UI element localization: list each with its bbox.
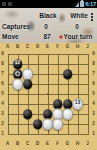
- move-number-on-stone: 12: [15, 62, 20, 67]
- row-label: 3: [1, 112, 4, 117]
- overflow-menu-icon[interactable]: [89, 11, 95, 23]
- move-number: 87: [43, 33, 50, 40]
- row-label: 9: [92, 52, 95, 57]
- column-label: F: [56, 45, 59, 50]
- turn-indicator: Your turn: [64, 33, 93, 40]
- white-stone-F2: [52, 118, 64, 130]
- row-label: 6: [92, 82, 95, 87]
- row-label: 8: [92, 62, 95, 67]
- row-label: 8: [1, 62, 4, 67]
- black-stone-C6: [23, 79, 33, 89]
- row-label: 4: [1, 102, 4, 107]
- move-label: Move: [2, 33, 19, 40]
- grid-line: [78, 54, 79, 135]
- move-number-on-stone: 13: [75, 102, 80, 107]
- column-label: D: [36, 142, 39, 147]
- column-label: C: [26, 142, 29, 147]
- column-label: A: [6, 142, 9, 147]
- column-label: G: [66, 45, 70, 50]
- captures-black-count: 0: [44, 23, 48, 30]
- battery-icon: [80, 1, 84, 7]
- black-column-header: Black: [39, 12, 56, 19]
- white-column-header: White: [70, 12, 88, 19]
- row-label: 3: [92, 112, 95, 117]
- captures-label: Captures: [2, 23, 30, 30]
- grid-line: [68, 54, 69, 135]
- column-label: D: [36, 45, 39, 50]
- last-move-ring-marker: [15, 72, 20, 77]
- column-label: A: [6, 45, 9, 50]
- notification-icons: [2, 2, 12, 6]
- row-label: 4: [92, 102, 95, 107]
- grid-line: [88, 54, 89, 135]
- row-label: 1: [1, 132, 4, 137]
- column-label: E: [46, 142, 49, 147]
- row-label: 7: [92, 72, 95, 77]
- row-label: 7: [1, 72, 4, 77]
- row-label: 5: [1, 92, 4, 97]
- black-stone-C3: [23, 109, 33, 119]
- white-stone-B6: [12, 78, 24, 90]
- row-label: 1: [92, 132, 95, 137]
- column-label: J: [86, 45, 89, 50]
- column-label: B: [16, 142, 19, 147]
- column-label: F: [56, 142, 59, 147]
- black-stone-G7: [63, 69, 73, 79]
- row-label: 9: [1, 52, 4, 57]
- column-label: G: [66, 142, 70, 147]
- star-point: [47, 93, 49, 95]
- row-label: 2: [1, 122, 4, 127]
- column-label: H: [76, 45, 79, 50]
- white-stone-G3: [62, 108, 74, 120]
- column-label: C: [26, 45, 29, 50]
- column-label: J: [86, 142, 89, 147]
- white-stone-C7: [22, 68, 34, 80]
- clock: 6:17: [85, 1, 96, 7]
- notification-icon: [2, 2, 6, 6]
- go-board[interactable]: AABBCCDDEEFFGGHHJJ9988776655443322111213: [0, 43, 97, 150]
- row-label: 6: [1, 82, 4, 87]
- notification-icon: [8, 2, 12, 6]
- white-stone-H4: 13: [72, 98, 84, 110]
- column-label: B: [16, 45, 19, 50]
- column-label: E: [46, 45, 49, 50]
- column-label: H: [76, 142, 79, 147]
- grid-line: [8, 134, 89, 135]
- status-bar: 6:17: [0, 0, 97, 8]
- signal-icon: [75, 2, 79, 7]
- captures-white-count: 0: [75, 23, 79, 30]
- row-label: 2: [92, 122, 95, 127]
- game-info-header: Black White Captures 0 0 Move 87 Your tu…: [0, 8, 97, 43]
- black-stone-B8: 12: [13, 59, 23, 69]
- row-label: 5: [92, 92, 95, 97]
